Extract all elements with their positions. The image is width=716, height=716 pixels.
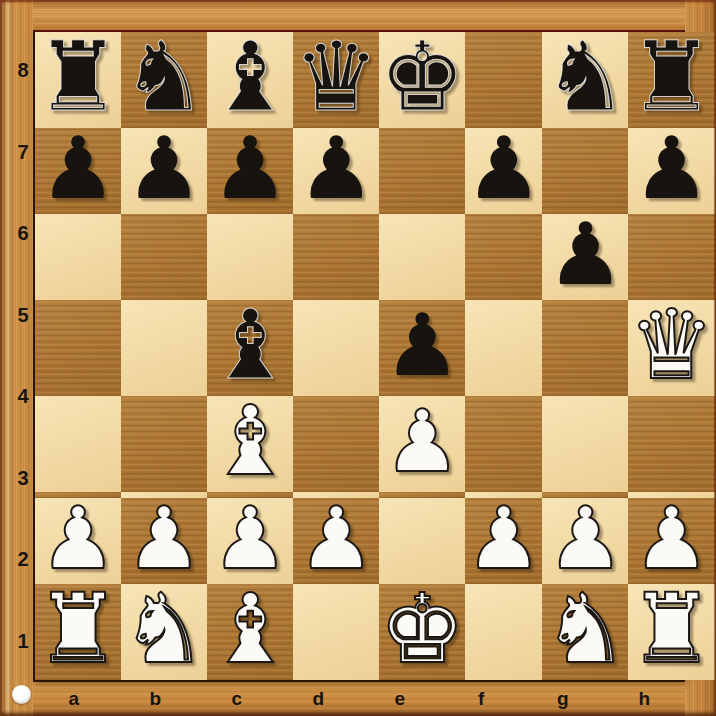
square-b5[interactable] bbox=[121, 300, 207, 396]
square-b4[interactable] bbox=[121, 396, 207, 492]
square-g8[interactable]: ♞ bbox=[542, 32, 628, 128]
white-pawn-a2[interactable]: ♟ bbox=[39, 495, 116, 581]
square-f5[interactable] bbox=[465, 300, 542, 396]
square-c4[interactable]: ♝ bbox=[207, 396, 293, 492]
square-c2[interactable]: ♟ bbox=[207, 498, 293, 584]
square-b6[interactable] bbox=[121, 214, 207, 300]
file-label-e: e bbox=[359, 682, 441, 714]
square-c8[interactable]: ♝ bbox=[207, 32, 293, 128]
square-e1[interactable]: ♚ bbox=[379, 584, 465, 680]
white-pawn-f2[interactable]: ♟ bbox=[465, 495, 542, 581]
file-labels: abcdefgh bbox=[33, 682, 685, 714]
white-king-e1[interactable]: ♚ bbox=[379, 581, 465, 677]
square-h8[interactable]: ♜ bbox=[628, 32, 714, 128]
square-h6[interactable] bbox=[628, 214, 714, 300]
square-d4[interactable] bbox=[293, 396, 379, 492]
square-h4[interactable] bbox=[628, 396, 714, 492]
white-bishop-c4[interactable]: ♝ bbox=[207, 393, 293, 489]
black-knight-g8[interactable]: ♞ bbox=[542, 29, 628, 125]
square-a5[interactable] bbox=[35, 300, 121, 396]
rank-label-8: 8 bbox=[0, 30, 33, 112]
square-f7[interactable]: ♟ bbox=[465, 128, 542, 214]
file-label-d: d bbox=[278, 682, 360, 714]
white-bishop-c1[interactable]: ♝ bbox=[207, 581, 293, 677]
square-a4[interactable] bbox=[35, 396, 121, 492]
square-c1[interactable]: ♝ bbox=[207, 584, 293, 680]
square-a1[interactable]: ♜ bbox=[35, 584, 121, 680]
square-c5[interactable]: ♝ bbox=[207, 300, 293, 396]
square-d1[interactable] bbox=[293, 584, 379, 680]
black-pawn-g6[interactable]: ♟ bbox=[547, 211, 624, 297]
square-d6[interactable] bbox=[293, 214, 379, 300]
black-bishop-c5[interactable]: ♝ bbox=[207, 297, 293, 393]
square-g6[interactable]: ♟ bbox=[542, 214, 628, 300]
square-d5[interactable] bbox=[293, 300, 379, 396]
square-a7[interactable]: ♟ bbox=[35, 128, 121, 214]
black-pawn-c7[interactable]: ♟ bbox=[212, 125, 289, 211]
square-a2[interactable]: ♟ bbox=[35, 498, 121, 584]
square-d8[interactable]: ♛ bbox=[293, 32, 379, 128]
black-king-e8[interactable]: ♚ bbox=[379, 29, 465, 125]
file-label-g: g bbox=[522, 682, 604, 714]
square-h1[interactable]: ♜ bbox=[628, 584, 714, 680]
rank-label-2: 2 bbox=[0, 519, 33, 601]
rank-label-6: 6 bbox=[0, 193, 33, 275]
white-queen-h5[interactable]: ♛ bbox=[628, 297, 714, 393]
square-h5[interactable]: ♛ bbox=[628, 300, 714, 396]
white-pawn-c2[interactable]: ♟ bbox=[212, 495, 289, 581]
white-pawn-b2[interactable]: ♟ bbox=[126, 495, 203, 581]
square-g7[interactable] bbox=[542, 128, 628, 214]
black-pawn-f7[interactable]: ♟ bbox=[465, 125, 542, 211]
white-rook-a1[interactable]: ♜ bbox=[35, 581, 121, 677]
white-knight-g1[interactable]: ♞ bbox=[542, 581, 628, 677]
square-a6[interactable] bbox=[35, 214, 121, 300]
square-a8[interactable]: ♜ bbox=[35, 32, 121, 128]
rank-label-5: 5 bbox=[0, 275, 33, 357]
rank-label-7: 7 bbox=[0, 112, 33, 194]
chess-board-app: 87654321 ♜♞♝♛♚♞♜♟♟♟♟♟♟♟♝♟♛♝♟♟♟♟♟♟♟♟♜♞♝♚♞… bbox=[0, 0, 716, 716]
square-g2[interactable]: ♟ bbox=[542, 498, 628, 584]
black-pawn-d7[interactable]: ♟ bbox=[298, 125, 375, 211]
black-pawn-a7[interactable]: ♟ bbox=[39, 125, 116, 211]
black-knight-b8[interactable]: ♞ bbox=[121, 29, 207, 125]
rank-label-1: 1 bbox=[0, 601, 33, 683]
black-rook-h8[interactable]: ♜ bbox=[628, 29, 714, 125]
square-e6[interactable] bbox=[379, 214, 465, 300]
black-queen-d8[interactable]: ♛ bbox=[293, 29, 379, 125]
black-pawn-h7[interactable]: ♟ bbox=[633, 125, 710, 211]
square-b7[interactable]: ♟ bbox=[121, 128, 207, 214]
square-h2[interactable]: ♟ bbox=[628, 498, 714, 584]
file-label-f: f bbox=[441, 682, 523, 714]
black-pawn-b7[interactable]: ♟ bbox=[126, 125, 203, 211]
white-pawn-d2[interactable]: ♟ bbox=[298, 495, 375, 581]
square-e7[interactable] bbox=[379, 128, 465, 214]
square-d7[interactable]: ♟ bbox=[293, 128, 379, 214]
square-g4[interactable] bbox=[542, 396, 628, 492]
square-f8[interactable] bbox=[465, 32, 542, 128]
square-f4[interactable] bbox=[465, 396, 542, 492]
black-bishop-c8[interactable]: ♝ bbox=[207, 29, 293, 125]
square-b8[interactable]: ♞ bbox=[121, 32, 207, 128]
square-b1[interactable]: ♞ bbox=[121, 584, 207, 680]
chess-board: ♜♞♝♛♚♞♜♟♟♟♟♟♟♟♝♟♛♝♟♟♟♟♟♟♟♟♜♞♝♚♞♜ bbox=[33, 30, 685, 682]
file-label-c: c bbox=[196, 682, 278, 714]
file-label-b: b bbox=[115, 682, 197, 714]
white-to-move-indicator-icon bbox=[12, 685, 31, 704]
square-g5[interactable] bbox=[542, 300, 628, 396]
square-f6[interactable] bbox=[465, 214, 542, 300]
white-knight-b1[interactable]: ♞ bbox=[121, 581, 207, 677]
file-label-a: a bbox=[33, 682, 115, 714]
square-b2[interactable]: ♟ bbox=[121, 498, 207, 584]
square-f2[interactable]: ♟ bbox=[465, 498, 542, 584]
square-f1[interactable] bbox=[465, 584, 542, 680]
rank-labels: 87654321 bbox=[0, 30, 33, 682]
black-rook-a8[interactable]: ♜ bbox=[35, 29, 121, 125]
square-e2[interactable] bbox=[379, 498, 465, 584]
file-label-h: h bbox=[604, 682, 686, 714]
black-pawn-e5[interactable]: ♟ bbox=[384, 302, 461, 388]
square-e4[interactable]: ♟ bbox=[379, 396, 465, 492]
square-g1[interactable]: ♞ bbox=[542, 584, 628, 680]
square-c7[interactable]: ♟ bbox=[207, 128, 293, 214]
square-d2[interactable]: ♟ bbox=[293, 498, 379, 584]
white-pawn-h2[interactable]: ♟ bbox=[633, 495, 710, 581]
white-rook-h1[interactable]: ♜ bbox=[628, 581, 714, 677]
white-pawn-e4[interactable]: ♟ bbox=[384, 398, 461, 484]
square-e8[interactable]: ♚ bbox=[379, 32, 465, 128]
rank-label-4: 4 bbox=[0, 356, 33, 438]
square-c6[interactable] bbox=[207, 214, 293, 300]
square-e5[interactable]: ♟ bbox=[379, 300, 465, 396]
square-h7[interactable]: ♟ bbox=[628, 128, 714, 214]
rank-label-3: 3 bbox=[0, 438, 33, 520]
white-pawn-g2[interactable]: ♟ bbox=[547, 495, 624, 581]
